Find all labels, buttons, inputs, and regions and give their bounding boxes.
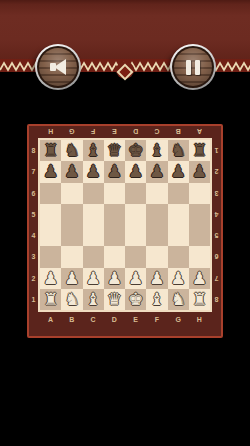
black-pawn-piece: ♟ [128, 163, 143, 180]
square-e1[interactable]: ♚ [125, 289, 146, 310]
square-d2[interactable]: ♟ [104, 268, 125, 289]
white-rook-piece: ♜ [192, 291, 207, 308]
pause-icon [186, 60, 200, 75]
file-label-a: A [40, 316, 61, 323]
square-b4[interactable] [61, 225, 82, 246]
square-b2[interactable]: ♟ [61, 268, 82, 289]
rank-label-7: 7 [29, 161, 38, 182]
square-g5[interactable] [168, 204, 189, 225]
square-e4[interactable] [125, 225, 146, 246]
square-f2[interactable]: ♟ [146, 268, 167, 289]
board-squares: ♜♞♝♛♚♝♞♜♟♟♟♟♟♟♟♟♟♟♟♟♟♟♟♟♜♞♝♛♚♝♞♜ [38, 138, 212, 312]
square-d8[interactable]: ♛ [104, 140, 125, 161]
square-g3[interactable] [168, 246, 189, 267]
white-bishop-piece: ♝ [149, 291, 164, 308]
rank-label-8: 8 [212, 289, 221, 310]
square-e7[interactable]: ♟ [125, 161, 146, 182]
file-label-h: H [189, 316, 210, 323]
square-f3[interactable] [146, 246, 167, 267]
file-labels-top: ABCDEFGH [38, 126, 212, 138]
square-d1[interactable]: ♛ [104, 289, 125, 310]
square-a1[interactable]: ♜ [40, 289, 61, 310]
rank-label-4: 4 [29, 225, 38, 246]
black-pawn-piece: ♟ [171, 163, 186, 180]
rank-label-1: 1 [29, 289, 38, 310]
square-c8[interactable]: ♝ [83, 140, 104, 161]
rank-label-2: 2 [29, 268, 38, 289]
pause-button[interactable] [170, 44, 216, 90]
black-king-piece: ♚ [128, 142, 143, 159]
rank-label-2: 2 [212, 161, 221, 182]
square-a2[interactable]: ♟ [40, 268, 61, 289]
white-pawn-piece: ♟ [86, 270, 101, 287]
square-e8[interactable]: ♚ [125, 140, 146, 161]
chess-board: ABCDEFGH 87654321 ♜♞♝♛♚♝♞♜♟♟♟♟♟♟♟♟♟♟♟♟♟♟… [27, 124, 223, 338]
file-label-d: D [104, 316, 125, 323]
white-pawn-piece: ♟ [107, 270, 122, 287]
square-a4[interactable] [40, 225, 61, 246]
square-e5[interactable] [125, 204, 146, 225]
file-label-h: H [40, 128, 61, 135]
file-labels-bottom: ABCDEFGH [38, 312, 212, 336]
black-pawn-piece: ♟ [64, 163, 79, 180]
white-king-piece: ♚ [128, 291, 143, 308]
square-a5[interactable] [40, 204, 61, 225]
white-queen-piece: ♛ [107, 291, 122, 308]
black-bishop-piece: ♝ [149, 142, 164, 159]
black-pawn-piece: ♟ [192, 163, 207, 180]
square-g8[interactable]: ♞ [168, 140, 189, 161]
square-h6[interactable] [189, 183, 210, 204]
file-label-d: D [125, 128, 146, 135]
white-pawn-piece: ♟ [128, 270, 143, 287]
square-a7[interactable]: ♟ [40, 161, 61, 182]
square-c7[interactable]: ♟ [83, 161, 104, 182]
square-g2[interactable]: ♟ [168, 268, 189, 289]
square-b7[interactable]: ♟ [61, 161, 82, 182]
file-label-e: E [125, 316, 146, 323]
white-pawn-piece: ♟ [171, 270, 186, 287]
square-c4[interactable] [83, 225, 104, 246]
square-f6[interactable] [146, 183, 167, 204]
square-h8[interactable]: ♜ [189, 140, 210, 161]
square-b6[interactable] [61, 183, 82, 204]
file-label-c: C [83, 316, 104, 323]
file-label-e: E [104, 128, 125, 135]
file-label-f: F [146, 316, 167, 323]
square-f5[interactable] [146, 204, 167, 225]
white-pawn-piece: ♟ [43, 270, 58, 287]
rank-label-5: 5 [29, 204, 38, 225]
black-knight-piece: ♞ [171, 142, 186, 159]
file-label-b: B [61, 316, 82, 323]
white-knight-piece: ♞ [171, 291, 186, 308]
square-g1[interactable]: ♞ [168, 289, 189, 310]
square-f4[interactable] [146, 225, 167, 246]
square-c6[interactable] [83, 183, 104, 204]
square-e2[interactable]: ♟ [125, 268, 146, 289]
button-wood-face [39, 48, 77, 86]
square-h5[interactable] [189, 204, 210, 225]
black-rook-piece: ♜ [192, 142, 207, 159]
square-g7[interactable]: ♟ [168, 161, 189, 182]
square-d3[interactable] [104, 246, 125, 267]
square-a6[interactable] [40, 183, 61, 204]
square-b3[interactable] [61, 246, 82, 267]
black-pawn-piece: ♟ [149, 163, 164, 180]
square-d5[interactable] [104, 204, 125, 225]
black-knight-piece: ♞ [64, 142, 79, 159]
rank-label-3: 3 [29, 246, 38, 267]
rank-label-8: 8 [29, 140, 38, 161]
square-e6[interactable] [125, 183, 146, 204]
button-wood-face [174, 48, 212, 86]
square-d6[interactable] [104, 183, 125, 204]
rank-labels-right: 87654321 [212, 138, 221, 312]
square-g4[interactable] [168, 225, 189, 246]
square-d4[interactable] [104, 225, 125, 246]
white-pawn-piece: ♟ [149, 270, 164, 287]
rank-label-3: 3 [212, 183, 221, 204]
black-pawn-piece: ♟ [107, 163, 122, 180]
square-f1[interactable]: ♝ [146, 289, 167, 310]
rank-labels-left: 87654321 [29, 138, 38, 312]
rank-label-5: 5 [212, 225, 221, 246]
white-pawn-piece: ♟ [192, 270, 207, 287]
file-label-b: B [168, 128, 189, 135]
file-label-a: A [189, 128, 210, 135]
square-d7[interactable]: ♟ [104, 161, 125, 182]
sound-button[interactable] [35, 44, 81, 90]
white-rook-piece: ♜ [43, 291, 58, 308]
rank-label-1: 1 [212, 140, 221, 161]
square-c2[interactable]: ♟ [83, 268, 104, 289]
square-h4[interactable] [189, 225, 210, 246]
square-f7[interactable]: ♟ [146, 161, 167, 182]
white-knight-piece: ♞ [64, 291, 79, 308]
file-label-c: C [146, 128, 167, 135]
square-g6[interactable] [168, 183, 189, 204]
black-bishop-piece: ♝ [86, 142, 101, 159]
white-bishop-piece: ♝ [86, 291, 101, 308]
rank-label-6: 6 [29, 183, 38, 204]
square-a3[interactable] [40, 246, 61, 267]
rank-label-4: 4 [212, 204, 221, 225]
rank-label-6: 6 [212, 246, 221, 267]
square-a8[interactable]: ♜ [40, 140, 61, 161]
square-c5[interactable] [83, 204, 104, 225]
black-rook-piece: ♜ [43, 142, 58, 159]
square-h2[interactable]: ♟ [189, 268, 210, 289]
black-pawn-piece: ♟ [86, 163, 101, 180]
square-b8[interactable]: ♞ [61, 140, 82, 161]
square-h1[interactable]: ♜ [189, 289, 210, 310]
square-c1[interactable]: ♝ [83, 289, 104, 310]
file-label-g: G [168, 316, 189, 323]
black-queen-piece: ♛ [107, 142, 122, 159]
rank-label-7: 7 [212, 268, 221, 289]
square-h3[interactable] [189, 246, 210, 267]
white-pawn-piece: ♟ [64, 270, 79, 287]
square-b5[interactable] [61, 204, 82, 225]
file-label-g: G [61, 128, 82, 135]
black-pawn-piece: ♟ [43, 163, 58, 180]
file-label-f: F [83, 128, 104, 135]
speaker-icon [50, 59, 67, 75]
square-e3[interactable] [125, 246, 146, 267]
square-b1[interactable]: ♞ [61, 289, 82, 310]
square-h7[interactable]: ♟ [189, 161, 210, 182]
square-c3[interactable] [83, 246, 104, 267]
square-f8[interactable]: ♝ [146, 140, 167, 161]
